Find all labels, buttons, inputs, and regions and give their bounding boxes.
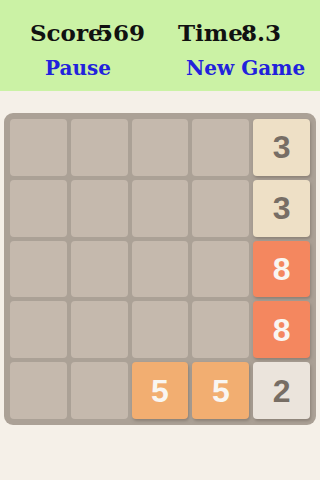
tile-8: 8 bbox=[253, 301, 310, 358]
empty-cell bbox=[10, 180, 67, 237]
score-value: 569 bbox=[97, 19, 145, 46]
empty-cell bbox=[71, 241, 128, 298]
empty-cell bbox=[10, 301, 67, 358]
game-board[interactable]: 3388552 bbox=[4, 113, 316, 425]
empty-cell bbox=[132, 119, 189, 176]
tile-8: 8 bbox=[253, 241, 310, 298]
header-bar: Score: 569 Time: 8.3 Pause New Game bbox=[0, 0, 320, 91]
tile-3: 3 bbox=[253, 180, 310, 237]
empty-cell bbox=[132, 180, 189, 237]
empty-cell bbox=[132, 241, 189, 298]
empty-cell bbox=[10, 241, 67, 298]
empty-cell bbox=[132, 301, 189, 358]
empty-cell bbox=[192, 241, 249, 298]
new-game-button[interactable]: New Game bbox=[186, 56, 305, 80]
tile-5: 5 bbox=[192, 362, 249, 419]
empty-cell bbox=[192, 119, 249, 176]
tile-3: 3 bbox=[253, 119, 310, 176]
empty-cell bbox=[71, 301, 128, 358]
empty-cell bbox=[71, 362, 128, 419]
empty-cell bbox=[71, 180, 128, 237]
empty-cell bbox=[10, 119, 67, 176]
time-value: 8.3 bbox=[241, 19, 281, 46]
empty-cell bbox=[192, 180, 249, 237]
empty-cell bbox=[71, 119, 128, 176]
pause-button[interactable]: Pause bbox=[45, 56, 111, 80]
empty-cell bbox=[192, 301, 249, 358]
tile-5: 5 bbox=[132, 362, 189, 419]
empty-cell bbox=[10, 362, 67, 419]
tile-2: 2 bbox=[253, 362, 310, 419]
